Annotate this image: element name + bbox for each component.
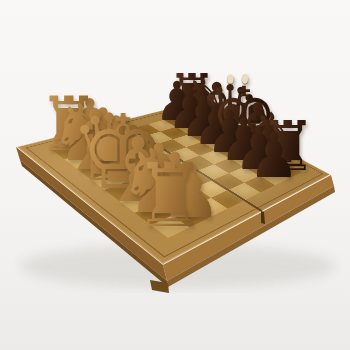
piece-black-pawn-h7[interactable]: ♟ bbox=[249, 125, 300, 187]
chess-photo-scene: ♜♞♝♛♚♝♞♜♟♟♟♟♟♟♟♟♟♟♟♟♟♟♟♟♜♞♝♛♚♝♞♜ bbox=[0, 0, 350, 350]
piece-white-rook-h1[interactable]: ♜ bbox=[134, 151, 206, 239]
